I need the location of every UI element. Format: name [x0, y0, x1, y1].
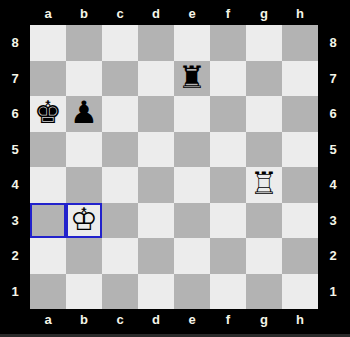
rank-label-5: 5 — [0, 132, 30, 168]
square-d3[interactable] — [138, 203, 174, 239]
square-h6[interactable] — [282, 96, 318, 132]
square-f8[interactable] — [210, 25, 246, 61]
rank-label-3: 3 — [318, 203, 348, 239]
square-e2[interactable] — [174, 238, 210, 274]
square-h4[interactable] — [282, 167, 318, 203]
rank-label-2: 2 — [318, 238, 348, 274]
square-h1[interactable] — [282, 274, 318, 310]
file-labels-top: abcdefgh — [30, 3, 318, 23]
file-label-d: d — [138, 309, 174, 329]
rank-label-1: 1 — [0, 274, 30, 310]
square-c1[interactable] — [102, 274, 138, 310]
rank-labels-left: 87654321 — [0, 25, 30, 309]
square-f1[interactable] — [210, 274, 246, 310]
square-g5[interactable] — [246, 132, 282, 168]
square-a5[interactable] — [30, 132, 66, 168]
square-e4[interactable] — [174, 167, 210, 203]
square-f7[interactable] — [210, 61, 246, 97]
rank-labels-right: 87654321 — [318, 25, 348, 309]
file-label-h: h — [282, 309, 318, 329]
rank-label-4: 4 — [0, 167, 30, 203]
square-c4[interactable] — [102, 167, 138, 203]
square-c8[interactable] — [102, 25, 138, 61]
square-b4[interactable] — [66, 167, 102, 203]
square-d2[interactable] — [138, 238, 174, 274]
square-g2[interactable] — [246, 238, 282, 274]
square-b8[interactable] — [66, 25, 102, 61]
black-king[interactable]: ♚ — [34, 97, 62, 128]
rank-label-2: 2 — [0, 238, 30, 274]
square-h8[interactable] — [282, 25, 318, 61]
square-b3[interactable]: ♔ — [66, 203, 102, 239]
file-label-f: f — [210, 309, 246, 329]
file-label-c: c — [102, 3, 138, 23]
file-label-a: a — [30, 3, 66, 23]
square-b7[interactable] — [66, 61, 102, 97]
rank-label-1: 1 — [318, 274, 348, 310]
square-a2[interactable] — [30, 238, 66, 274]
square-g3[interactable] — [246, 203, 282, 239]
file-label-b: b — [66, 309, 102, 329]
rank-label-4: 4 — [318, 167, 348, 203]
square-g4[interactable]: ♖ — [246, 167, 282, 203]
rank-label-5: 5 — [318, 132, 348, 168]
square-d6[interactable] — [138, 96, 174, 132]
square-a1[interactable] — [30, 274, 66, 310]
file-label-e: e — [174, 3, 210, 23]
square-d5[interactable] — [138, 132, 174, 168]
square-a7[interactable] — [30, 61, 66, 97]
square-d8[interactable] — [138, 25, 174, 61]
square-e7[interactable]: ♜ — [174, 61, 210, 97]
square-c6[interactable] — [102, 96, 138, 132]
square-c7[interactable] — [102, 61, 138, 97]
square-g8[interactable] — [246, 25, 282, 61]
square-g1[interactable] — [246, 274, 282, 310]
white-king[interactable]: ♔ — [70, 204, 98, 235]
square-d4[interactable] — [138, 167, 174, 203]
square-e8[interactable] — [174, 25, 210, 61]
square-a3[interactable] — [30, 203, 66, 239]
rank-label-3: 3 — [0, 203, 30, 239]
black-pawn[interactable]: ♟ — [70, 97, 98, 128]
black-rook[interactable]: ♜ — [178, 62, 206, 93]
square-g6[interactable] — [246, 96, 282, 132]
rank-label-8: 8 — [318, 25, 348, 61]
square-c3[interactable] — [102, 203, 138, 239]
file-label-d: d — [138, 3, 174, 23]
file-label-c: c — [102, 309, 138, 329]
rank-label-6: 6 — [0, 96, 30, 132]
file-label-b: b — [66, 3, 102, 23]
square-h7[interactable] — [282, 61, 318, 97]
rank-label-6: 6 — [318, 96, 348, 132]
square-e1[interactable] — [174, 274, 210, 310]
chess-diagram: abcdefgh 87654321 ♜♚♟♖♔ 87654321 abcdefg… — [0, 0, 350, 337]
square-d7[interactable] — [138, 61, 174, 97]
square-g7[interactable] — [246, 61, 282, 97]
square-e5[interactable] — [174, 132, 210, 168]
square-c5[interactable] — [102, 132, 138, 168]
rank-label-8: 8 — [0, 25, 30, 61]
square-f4[interactable] — [210, 167, 246, 203]
square-d1[interactable] — [138, 274, 174, 310]
square-e6[interactable] — [174, 96, 210, 132]
square-h3[interactable] — [282, 203, 318, 239]
white-rook[interactable]: ♖ — [250, 168, 278, 199]
rank-label-7: 7 — [318, 61, 348, 97]
square-f3[interactable] — [210, 203, 246, 239]
file-label-h: h — [282, 3, 318, 23]
square-h2[interactable] — [282, 238, 318, 274]
file-label-g: g — [246, 3, 282, 23]
board: ♜♚♟♖♔ — [30, 25, 318, 309]
square-b2[interactable] — [66, 238, 102, 274]
file-label-e: e — [174, 309, 210, 329]
square-b6[interactable]: ♟ — [66, 96, 102, 132]
square-c2[interactable] — [102, 238, 138, 274]
square-b1[interactable] — [66, 274, 102, 310]
square-f6[interactable] — [210, 96, 246, 132]
square-h5[interactable] — [282, 132, 318, 168]
square-a4[interactable] — [30, 167, 66, 203]
file-label-a: a — [30, 309, 66, 329]
file-labels-bottom: abcdefgh — [30, 309, 318, 329]
square-f2[interactable] — [210, 238, 246, 274]
square-a6[interactable]: ♚ — [30, 96, 66, 132]
square-f5[interactable] — [210, 132, 246, 168]
square-b5[interactable] — [66, 132, 102, 168]
rank-label-7: 7 — [0, 61, 30, 97]
file-label-g: g — [246, 309, 282, 329]
square-e3[interactable] — [174, 203, 210, 239]
file-label-f: f — [210, 3, 246, 23]
square-a8[interactable] — [30, 25, 66, 61]
